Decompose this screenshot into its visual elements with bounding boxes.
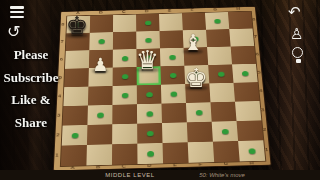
promo-line: Subscribe [0, 67, 62, 90]
square-g1[interactable] [213, 141, 240, 162]
square-g3[interactable] [210, 102, 236, 122]
square-h1[interactable] [238, 140, 265, 161]
promo-line: Like & [0, 89, 62, 112]
square-f8[interactable] [182, 13, 206, 31]
legal-move-dot-f3[interactable] [195, 110, 202, 115]
menu-bar [10, 11, 24, 14]
white-pawn-b5[interactable]: ♟ [91, 56, 109, 74]
promo-line: Share [0, 112, 62, 135]
square-g4[interactable] [209, 83, 235, 103]
legal-move-dot-e6[interactable] [169, 54, 176, 59]
white-bishop-f6[interactable]: ♝ [182, 32, 204, 54]
square-e3[interactable] [161, 103, 186, 123]
square-b4[interactable] [88, 86, 113, 106]
square-f1[interactable] [188, 142, 214, 163]
square-g2[interactable] [212, 121, 238, 142]
legal-move-dot-e4[interactable] [170, 91, 177, 96]
legal-move-dot-g8[interactable] [214, 18, 221, 23]
menu-icon[interactable] [10, 6, 24, 19]
square-e7[interactable] [160, 30, 184, 48]
square-c8[interactable] [113, 15, 136, 33]
square-b7[interactable] [89, 32, 113, 50]
square-e1[interactable] [163, 142, 189, 163]
square-e5[interactable] [160, 66, 185, 85]
square-c1[interactable] [112, 144, 138, 165]
square-a6[interactable] [65, 50, 89, 69]
chess-app-screen: AABBCCDDEEFFGGHH8877665544332211 ♚♟♛♝♚ ↺… [0, 0, 320, 180]
square-e2[interactable] [162, 122, 188, 143]
square-b2[interactable] [87, 124, 112, 145]
legal-move-dot-c6[interactable] [121, 56, 127, 61]
square-h7[interactable] [229, 28, 254, 46]
legal-move-dot-e5[interactable] [169, 73, 176, 78]
undo-move-icon[interactable]: ↶ [288, 4, 301, 20]
black-king-a7[interactable]: ♚ [65, 13, 90, 38]
square-e8[interactable] [159, 13, 183, 31]
legal-move-dot-c4[interactable] [121, 92, 128, 97]
legal-move-dot-d7[interactable] [145, 37, 151, 42]
legal-move-dot-a2[interactable] [71, 132, 78, 138]
legal-move-dot-g2[interactable] [221, 128, 228, 134]
pawn-outline-icon[interactable]: ♙ [290, 25, 303, 43]
square-g7[interactable] [206, 29, 231, 47]
square-h6[interactable] [231, 46, 256, 65]
square-g8[interactable] [205, 12, 229, 30]
move-status-label: 50: White's move [180, 171, 265, 177]
square-f2[interactable] [187, 122, 213, 143]
menu-bar [10, 16, 24, 19]
square-d8[interactable] [136, 14, 159, 32]
legal-move-dot-h1[interactable] [248, 148, 255, 154]
legal-move-dot-d4[interactable] [146, 92, 153, 97]
square-b3[interactable] [87, 105, 112, 125]
square-g6[interactable] [207, 47, 232, 66]
square-d1[interactable] [137, 143, 163, 164]
square-h3[interactable] [235, 101, 261, 121]
legal-move-dot-b7[interactable] [98, 39, 104, 44]
white-king-f4[interactable]: ♚ [183, 65, 209, 91]
legal-move-dot-d3[interactable] [146, 111, 153, 116]
square-a5[interactable] [64, 68, 89, 87]
square-c5[interactable] [113, 67, 137, 86]
legal-move-dot-d8[interactable] [145, 20, 151, 25]
square-a4[interactable] [63, 87, 88, 107]
bulb-base [296, 59, 301, 63]
lightbulb-hint-icon[interactable] [292, 47, 304, 63]
square-f3[interactable] [186, 102, 212, 122]
square-d3[interactable] [137, 104, 162, 124]
square-c7[interactable] [113, 32, 137, 50]
legal-move-dot-g5[interactable] [217, 71, 224, 76]
legal-move-dot-d2[interactable] [146, 130, 153, 136]
square-b8[interactable] [90, 15, 113, 33]
square-d4[interactable] [137, 85, 162, 105]
white-queen-d5[interactable]: ♛ [135, 47, 161, 73]
square-e4[interactable] [161, 84, 186, 104]
square-c2[interactable] [112, 124, 137, 145]
square-a2[interactable] [62, 125, 88, 146]
square-b1[interactable] [86, 144, 112, 165]
menu-bar [10, 6, 24, 9]
legal-move-dot-h5[interactable] [241, 71, 248, 76]
square-c4[interactable] [112, 85, 137, 105]
reset-game-icon[interactable]: ↺ [7, 23, 20, 41]
legal-move-dot-c5[interactable] [121, 74, 127, 79]
square-h5[interactable] [232, 64, 258, 83]
difficulty-level-label: MIDDLE LEVEL [77, 171, 184, 177]
square-c6[interactable] [113, 49, 137, 68]
square-c3[interactable] [112, 104, 137, 124]
legal-move-dot-b3[interactable] [97, 112, 104, 117]
square-h8[interactable] [228, 12, 253, 30]
legal-move-dot-d1[interactable] [147, 151, 154, 157]
square-g5[interactable] [208, 64, 233, 83]
status-bar: MIDDLE LEVEL 50: White's move [0, 170, 320, 180]
square-d2[interactable] [137, 123, 162, 144]
square-h4[interactable] [234, 82, 260, 101]
square-e6[interactable] [160, 48, 184, 67]
square-a3[interactable] [63, 106, 88, 126]
bulb-glass [292, 47, 303, 58]
square-a1[interactable] [61, 145, 87, 166]
promo-text: Please Subscribe Like & Share [0, 44, 62, 134]
board-grid [60, 11, 266, 167]
promo-line: Please [0, 44, 62, 67]
square-h2[interactable] [237, 120, 264, 141]
